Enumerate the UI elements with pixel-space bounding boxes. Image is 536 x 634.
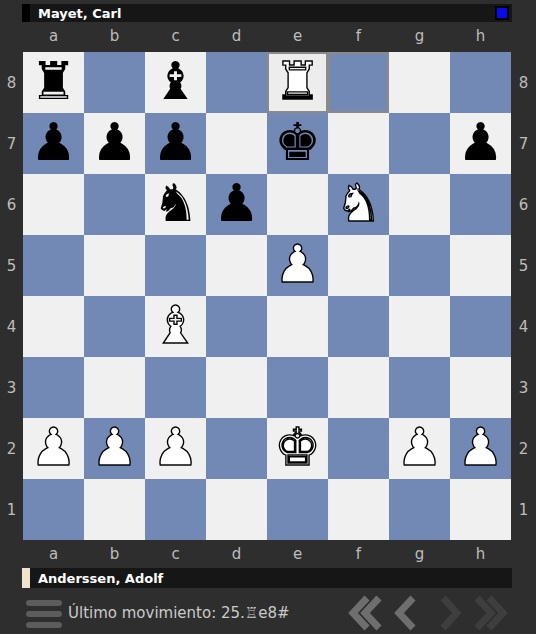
piece-white-pawn[interactable]: ♟ xyxy=(396,421,443,473)
square-f7[interactable] xyxy=(328,113,389,174)
piece-white-bishop[interactable]: ♝ xyxy=(152,299,199,351)
square-f4[interactable] xyxy=(328,296,389,357)
rank-label-2: 2 xyxy=(0,418,23,479)
rank-label-3: 3 xyxy=(0,357,23,418)
file-label-g: g xyxy=(389,540,450,568)
square-e7[interactable]: ♚ xyxy=(267,113,328,174)
square-b5[interactable] xyxy=(84,235,145,296)
rank-label-5: 5 xyxy=(0,235,23,296)
square-h8[interactable] xyxy=(450,52,511,113)
square-c3[interactable] xyxy=(145,357,206,418)
square-g1[interactable] xyxy=(389,479,450,540)
square-f6[interactable]: ♞ xyxy=(328,174,389,235)
piece-black-bishop[interactable]: ♝ xyxy=(152,55,199,107)
square-c4[interactable]: ♝ xyxy=(145,296,206,357)
rank-label-5: 5 xyxy=(511,235,536,296)
square-c8[interactable]: ♝ xyxy=(145,52,206,113)
rank-label-7: 7 xyxy=(0,113,23,174)
chevron-right-icon xyxy=(430,593,468,633)
square-b4[interactable] xyxy=(84,296,145,357)
square-e8[interactable]: ♜ xyxy=(267,52,328,113)
file-label-b: b xyxy=(84,22,145,50)
nav-first-button[interactable] xyxy=(346,593,384,633)
square-b6[interactable] xyxy=(84,174,145,235)
square-d7[interactable] xyxy=(206,113,267,174)
square-c2[interactable]: ♟ xyxy=(145,418,206,479)
rank-label-6: 6 xyxy=(0,174,23,235)
rank-label-8: 8 xyxy=(511,52,536,113)
piece-black-rook[interactable]: ♜ xyxy=(30,55,77,107)
chevrons-left-icon xyxy=(346,593,384,633)
square-a3[interactable] xyxy=(23,357,84,418)
square-e1[interactable] xyxy=(267,479,328,540)
white-side-indicator xyxy=(22,568,30,588)
file-label-c: c xyxy=(145,22,206,50)
square-f3[interactable] xyxy=(328,357,389,418)
square-f1[interactable] xyxy=(328,479,389,540)
piece-black-pawn[interactable]: ♟ xyxy=(152,116,199,168)
square-a5[interactable] xyxy=(23,235,84,296)
square-b7[interactable]: ♟ xyxy=(84,113,145,174)
square-d5[interactable] xyxy=(206,235,267,296)
file-labels-top: abcdefgh xyxy=(23,22,511,50)
square-e4[interactable] xyxy=(267,296,328,357)
file-label-h: h xyxy=(450,540,511,568)
square-d2[interactable] xyxy=(206,418,267,479)
square-g4[interactable] xyxy=(389,296,450,357)
square-h1[interactable] xyxy=(450,479,511,540)
square-a2[interactable]: ♟ xyxy=(23,418,84,479)
piece-white-pawn[interactable]: ♟ xyxy=(91,421,138,473)
square-d8[interactable] xyxy=(206,52,267,113)
square-g2[interactable]: ♟ xyxy=(389,418,450,479)
square-a8[interactable]: ♜ xyxy=(23,52,84,113)
piece-black-pawn[interactable]: ♟ xyxy=(30,116,77,168)
square-b8[interactable] xyxy=(84,52,145,113)
top-player-name: Mayet, Carl xyxy=(38,6,121,21)
square-e5[interactable]: ♟ xyxy=(267,235,328,296)
menu-bar xyxy=(26,600,62,606)
piece-white-pawn[interactable]: ♟ xyxy=(457,421,504,473)
menu-bar xyxy=(26,611,62,617)
square-g6[interactable] xyxy=(389,174,450,235)
square-e3[interactable] xyxy=(267,357,328,418)
square-d6[interactable]: ♟ xyxy=(206,174,267,235)
square-a6[interactable] xyxy=(23,174,84,235)
file-label-d: d xyxy=(206,22,267,50)
rank-labels-left: 87654321 xyxy=(0,52,23,540)
bottom-player-bar: Anderssen, Adolf xyxy=(22,568,512,588)
square-c6[interactable]: ♞ xyxy=(145,174,206,235)
square-h7[interactable]: ♟ xyxy=(450,113,511,174)
rank-label-8: 8 xyxy=(0,52,23,113)
file-label-a: a xyxy=(23,22,84,50)
square-h5[interactable] xyxy=(450,235,511,296)
square-h3[interactable] xyxy=(450,357,511,418)
piece-white-king[interactable]: ♚ xyxy=(274,421,321,473)
top-right-blue-indicator xyxy=(495,6,509,20)
file-label-d: d xyxy=(206,540,267,568)
file-label-f: f xyxy=(328,540,389,568)
rank-label-1: 1 xyxy=(0,479,23,540)
file-label-e: e xyxy=(267,22,328,50)
piece-white-pawn[interactable]: ♟ xyxy=(30,421,77,473)
chevrons-right-icon xyxy=(472,593,510,633)
piece-black-pawn[interactable]: ♟ xyxy=(213,177,260,229)
square-a1[interactable] xyxy=(23,479,84,540)
square-g3[interactable] xyxy=(389,357,450,418)
square-f8[interactable] xyxy=(328,52,389,113)
square-c5[interactable] xyxy=(145,235,206,296)
board: ♜♝♜♟♟♟♚♟♞♟♞♟♝♟♟♟♚♟♟ xyxy=(23,52,511,540)
square-h4[interactable] xyxy=(450,296,511,357)
file-label-e: e xyxy=(267,540,328,568)
square-g8[interactable] xyxy=(389,52,450,113)
piece-white-rook[interactable]: ♜ xyxy=(274,55,321,107)
rank-label-2: 2 xyxy=(511,418,536,479)
top-player-bar: Mayet, Carl xyxy=(22,4,512,22)
square-c1[interactable] xyxy=(145,479,206,540)
square-b2[interactable]: ♟ xyxy=(84,418,145,479)
chevron-left-icon xyxy=(388,593,426,633)
square-g5[interactable] xyxy=(389,235,450,296)
square-f2[interactable] xyxy=(328,418,389,479)
rank-labels-right: 87654321 xyxy=(511,52,536,540)
nav-prev-button[interactable] xyxy=(388,593,426,633)
piece-black-king[interactable]: ♚ xyxy=(274,116,321,168)
piece-black-pawn[interactable]: ♟ xyxy=(91,116,138,168)
piece-white-knight[interactable]: ♞ xyxy=(335,177,382,229)
piece-white-pawn[interactable]: ♟ xyxy=(274,238,321,290)
square-e2[interactable]: ♚ xyxy=(267,418,328,479)
bottom-player-name: Anderssen, Adolf xyxy=(38,571,163,586)
square-a4[interactable] xyxy=(23,296,84,357)
move-navigation xyxy=(346,592,510,634)
rank-label-4: 4 xyxy=(511,296,536,357)
file-label-b: b xyxy=(84,540,145,568)
square-g7[interactable] xyxy=(389,113,450,174)
nav-next-button[interactable] xyxy=(430,593,468,633)
control-strip: Último movimiento: 25.♖e8# xyxy=(0,592,536,634)
file-label-f: f xyxy=(328,22,389,50)
file-label-g: g xyxy=(389,22,450,50)
rank-label-4: 4 xyxy=(0,296,23,357)
square-c7[interactable]: ♟ xyxy=(145,113,206,174)
file-label-h: h xyxy=(450,22,511,50)
nav-last-button[interactable] xyxy=(472,593,510,633)
rank-label-7: 7 xyxy=(511,113,536,174)
square-d3[interactable] xyxy=(206,357,267,418)
square-h6[interactable] xyxy=(450,174,511,235)
last-move-text: Último movimiento: 25.♖e8# xyxy=(68,592,290,634)
piece-white-pawn[interactable]: ♟ xyxy=(152,421,199,473)
rank-label-3: 3 xyxy=(511,357,536,418)
rank-label-6: 6 xyxy=(511,174,536,235)
file-labels-bottom: abcdefgh xyxy=(23,540,511,568)
square-b3[interactable] xyxy=(84,357,145,418)
square-d1[interactable] xyxy=(206,479,267,540)
square-e6[interactable] xyxy=(267,174,328,235)
piece-black-pawn[interactable]: ♟ xyxy=(457,116,504,168)
square-d4[interactable] xyxy=(206,296,267,357)
square-f5[interactable] xyxy=(328,235,389,296)
rank-label-1: 1 xyxy=(511,479,536,540)
piece-black-knight[interactable]: ♞ xyxy=(152,177,199,229)
file-label-c: c xyxy=(145,540,206,568)
black-side-indicator xyxy=(22,4,30,22)
file-label-a: a xyxy=(23,540,84,568)
menu-bar xyxy=(26,622,62,628)
square-b1[interactable] xyxy=(84,479,145,540)
hamburger-menu-icon[interactable] xyxy=(26,600,62,628)
square-a7[interactable]: ♟ xyxy=(23,113,84,174)
square-h2[interactable]: ♟ xyxy=(450,418,511,479)
